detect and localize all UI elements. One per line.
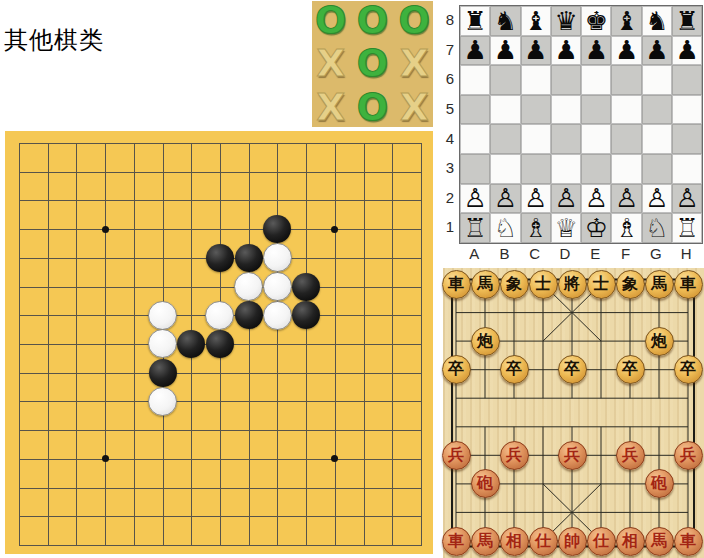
chess-file-label: B (489, 245, 519, 262)
xiangqi-grid (443, 268, 704, 558)
xiangqi-piece-black: 士 (587, 270, 616, 299)
chess-square (490, 95, 520, 125)
chess-square (490, 154, 520, 184)
chess-square (642, 154, 672, 184)
chess-piece-wp: ♙ (615, 185, 638, 211)
ttt-x-mark: X (317, 45, 346, 82)
chess-square: ♞ (490, 6, 520, 36)
chess-piece-wp: ♙ (463, 185, 486, 211)
xiangqi-piece-black: 馬 (471, 270, 500, 299)
xiangqi-piece-black: 卒 (674, 355, 703, 384)
chess-piece-bp: ♟ (554, 37, 577, 63)
ttt-x-mark: X (400, 45, 429, 82)
xiangqi-piece-red: 相 (500, 527, 529, 556)
gomoku-board[interactable] (5, 131, 433, 554)
chess-square: ♝ (521, 6, 551, 36)
ttt-x-mark: X (317, 89, 346, 126)
chess-square (581, 154, 611, 184)
chess-square (521, 95, 551, 125)
chess-piece-wp: ♙ (494, 185, 517, 211)
chess-rank-label: 3 (443, 153, 457, 183)
ttt-o-mark: O (357, 89, 388, 126)
chess-square (642, 124, 672, 154)
xiangqi-piece-black: 炮 (645, 327, 674, 356)
ttt-cell: O (354, 88, 392, 127)
chess-square: ♙ (551, 184, 581, 214)
xiangqi-piece-red: 兵 (674, 441, 703, 470)
xiangqi-piece-red: 仕 (587, 527, 616, 556)
chess-square: ♘ (490, 213, 520, 243)
chess-piece-wp: ♙ (585, 185, 608, 211)
ttt-x-mark: X (400, 89, 429, 126)
chess-square (672, 124, 702, 154)
ttt-cell: O (395, 1, 433, 40)
xiangqi-piece-black: 卒 (558, 355, 587, 384)
go-stone-black (292, 273, 320, 301)
chess-rank-label: 6 (443, 64, 457, 94)
chess-square: ♚ (581, 6, 611, 36)
chess-piece-wb: ♗ (524, 215, 547, 241)
chess-square (551, 95, 581, 125)
xiangqi-piece-black: 炮 (471, 327, 500, 356)
chess-piece-bb: ♝ (524, 8, 547, 34)
chess-piece-bp: ♟ (524, 37, 547, 63)
chess-square: ♙ (521, 184, 551, 214)
chess-square: ♙ (642, 184, 672, 214)
chess-square: ♟ (460, 36, 490, 66)
go-stone-white (148, 387, 177, 416)
xiangqi-piece-red: 砲 (645, 469, 674, 498)
go-stone-white (148, 301, 177, 330)
chess-square (521, 65, 551, 95)
page-title: 其他棋类 (4, 24, 104, 56)
chess-square: ♗ (521, 213, 551, 243)
chess-piece-wq: ♕ (554, 215, 577, 241)
go-stone-black (235, 301, 263, 329)
ttt-cell: O (354, 1, 392, 40)
xiangqi-piece-red: 兵 (442, 441, 471, 470)
chess-square: ♟ (672, 36, 702, 66)
chess-rank-label: 7 (443, 35, 457, 65)
ttt-o-mark: O (398, 2, 429, 39)
chess-square: ♖ (672, 213, 702, 243)
xiangqi-piece-red: 馬 (645, 527, 674, 556)
chess-piece-bn: ♞ (494, 8, 517, 34)
xiangqi-piece-black: 象 (500, 270, 529, 299)
chess-piece-br: ♜ (676, 8, 699, 34)
chess-square: ♙ (611, 184, 641, 214)
ttt-o-mark: O (357, 45, 388, 82)
ttt-cell: X (312, 88, 350, 127)
chess-square (460, 124, 490, 154)
xiangqi-piece-red: 兵 (500, 441, 529, 470)
xiangqi-piece-red: 兵 (616, 441, 645, 470)
chess-piece-bp: ♟ (585, 37, 608, 63)
chess-square: ♙ (581, 184, 611, 214)
go-stone-white (263, 272, 292, 301)
chess-square: ♟ (642, 36, 672, 66)
chess-piece-bq: ♛ (554, 8, 577, 34)
chess-board: ♜♞♝♛♚♝♞♜♟♟♟♟♟♟♟♟♙♙♙♙♙♙♙♙♖♘♗♕♔♗♘♖ (459, 5, 703, 244)
xiangqi-piece-black: 車 (442, 270, 471, 299)
chess-rank-labels: 87654321 (443, 5, 457, 242)
ttt-cell: X (395, 44, 433, 83)
chess-piece-wp: ♙ (554, 185, 577, 211)
chess-file-labels: ABCDEFGH (459, 245, 701, 262)
chess-square: ♝ (611, 6, 641, 36)
chess-file-label: D (550, 245, 580, 262)
go-stone-black (206, 244, 234, 272)
chess-rank-label: 2 (443, 183, 457, 213)
xiangqi-piece-black: 象 (616, 270, 645, 299)
ttt-o-mark: O (357, 2, 388, 39)
chess-square (490, 124, 520, 154)
chess-square (581, 95, 611, 125)
ttt-cell: X (312, 44, 350, 83)
xiangqi-piece-black: 卒 (442, 355, 471, 384)
chess-piece-wr: ♖ (463, 215, 486, 241)
xiangqi-piece-red: 砲 (471, 469, 500, 498)
xiangqi-piece-red: 相 (616, 527, 645, 556)
chess-square: ♙ (490, 184, 520, 214)
xiangqi-piece-black: 卒 (616, 355, 645, 384)
chess-board-area[interactable]: 87654321 ♜♞♝♛♚♝♞♜♟♟♟♟♟♟♟♟♙♙♙♙♙♙♙♙♖♘♗♕♔♗♘… (443, 0, 704, 265)
chess-piece-bn: ♞ (645, 8, 668, 34)
chess-piece-bk: ♚ (585, 8, 608, 34)
chess-square: ♟ (581, 36, 611, 66)
chess-square (551, 65, 581, 95)
chess-square (460, 95, 490, 125)
xiangqi-piece-red: 帥 (558, 527, 587, 556)
chess-piece-bb: ♝ (615, 8, 638, 34)
chess-piece-wk: ♔ (585, 215, 608, 241)
chess-square: ♟ (611, 36, 641, 66)
chess-square (642, 95, 672, 125)
ttt-cell: X (395, 88, 433, 127)
chess-file-label: H (671, 245, 701, 262)
xiangqi-piece-red: 兵 (558, 441, 587, 470)
xiangqi-piece-black: 士 (529, 270, 558, 299)
chess-square: ♗ (611, 213, 641, 243)
chess-piece-wp: ♙ (676, 185, 699, 211)
chess-piece-wn: ♘ (645, 215, 668, 241)
chess-square: ♛ (551, 6, 581, 36)
chess-square (460, 154, 490, 184)
xiangqi-piece-red: 馬 (471, 527, 500, 556)
chess-square (611, 65, 641, 95)
xiangqi-piece-black: 車 (674, 270, 703, 299)
chess-square (611, 124, 641, 154)
chess-piece-bp: ♟ (494, 37, 517, 63)
xiangqi-piece-black: 將 (558, 270, 587, 299)
go-stone-black (206, 330, 234, 358)
chess-square: ♜ (460, 6, 490, 36)
ttt-o-mark: O (315, 2, 346, 39)
chess-square: ♞ (642, 6, 672, 36)
chess-piece-br: ♜ (463, 8, 486, 34)
chess-square: ♔ (581, 213, 611, 243)
chess-square: ♙ (460, 184, 490, 214)
chess-square (672, 65, 702, 95)
xiangqi-piece-red: 車 (674, 527, 703, 556)
go-star-point (102, 455, 109, 462)
xiangqi-piece-black: 馬 (645, 270, 674, 299)
tictactoe-board[interactable]: OOOXOXXOX (312, 1, 433, 127)
chess-square (490, 65, 520, 95)
chess-piece-wr: ♖ (676, 215, 699, 241)
chess-file-label: F (610, 245, 640, 262)
chess-rank-label: 1 (443, 212, 457, 242)
chess-square (581, 65, 611, 95)
chess-square: ♟ (490, 36, 520, 66)
chess-square (672, 95, 702, 125)
go-stone-black (149, 359, 177, 387)
chess-rank-label: 4 (443, 123, 457, 153)
chess-square (672, 154, 702, 184)
chess-square (521, 154, 551, 184)
xiangqi-piece-black: 卒 (500, 355, 529, 384)
chess-rank-label: 8 (443, 5, 457, 35)
xiangqi-piece-red: 仕 (529, 527, 558, 556)
chess-file-label: E (580, 245, 610, 262)
chess-square: ♟ (551, 36, 581, 66)
xiangqi-board[interactable]: 車馬象士將士象馬車炮炮卒卒卒卒卒兵兵兵兵兵砲砲車馬相仕帥仕相馬車 (443, 268, 704, 558)
ttt-cell: O (312, 1, 350, 40)
chess-square: ♘ (642, 213, 672, 243)
chess-piece-wb: ♗ (615, 215, 638, 241)
chess-square (551, 124, 581, 154)
chess-square: ♜ (672, 6, 702, 36)
chess-square: ♙ (672, 184, 702, 214)
chess-file-label: A (459, 245, 489, 262)
chess-piece-wp: ♙ (645, 185, 668, 211)
chess-square (611, 95, 641, 125)
chess-piece-bp: ♟ (463, 37, 486, 63)
chess-piece-bp: ♟ (676, 37, 699, 63)
go-stone-white (263, 301, 292, 330)
chess-piece-bp: ♟ (615, 37, 638, 63)
chess-square: ♕ (551, 213, 581, 243)
chess-square (551, 154, 581, 184)
chess-piece-bp: ♟ (645, 37, 668, 63)
chess-piece-wn: ♘ (494, 215, 517, 241)
chess-square (460, 65, 490, 95)
go-star-point (331, 226, 338, 233)
chess-file-label: C (520, 245, 550, 262)
ttt-cell: O (354, 44, 392, 83)
chess-square (521, 124, 551, 154)
go-stone-black (235, 244, 263, 272)
chess-file-label: G (641, 245, 671, 262)
chess-piece-wp: ♙ (524, 185, 547, 211)
go-star-point (102, 226, 109, 233)
chess-square: ♟ (521, 36, 551, 66)
xiangqi-piece-red: 車 (442, 527, 471, 556)
chess-square (581, 124, 611, 154)
chess-rank-label: 5 (443, 94, 457, 124)
chess-square: ♖ (460, 213, 490, 243)
page: 其他棋类 OOOXOXXOX 87654321 ♜♞♝♛♚♝♞♜♟♟♟♟♟♟♟♟… (0, 0, 704, 558)
chess-square (611, 154, 641, 184)
chess-square (642, 65, 672, 95)
